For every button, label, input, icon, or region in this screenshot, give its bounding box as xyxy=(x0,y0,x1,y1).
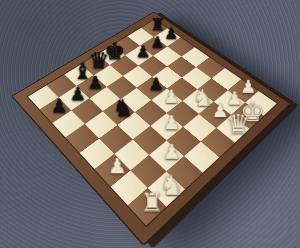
white-rook-a1[interactable]: ♜ xyxy=(139,190,166,217)
pawn-glyph: ♟ xyxy=(51,94,68,119)
board-grid: ♝♛♚♜♟♟♟♟♟♟♞♟♟♟♟♞♟♟♟♟♜♞♛♚ xyxy=(27,19,279,227)
white-queen-f1[interactable]: ♛ xyxy=(226,114,250,138)
chess-board: ♝♛♚♜♟♟♟♟♟♟♞♟♟♟♟♞♟♟♟♟♜♞♛♚ xyxy=(11,12,291,247)
rook-glyph: ♜ xyxy=(140,188,164,218)
pawn-glyph: ♟ xyxy=(136,41,151,63)
pawn-glyph: ♟ xyxy=(87,71,103,94)
board-frame: ♝♛♚♜♟♟♟♟♟♟♞♟♟♟♟♞♟♟♟♟♜♞♛♚ xyxy=(11,12,291,247)
carpet-background: ♝♛♚♜♟♟♟♟♟♟♞♟♟♟♟♞♟♟♟♟♜♞♛♚ xyxy=(0,0,300,248)
pawn-glyph: ♟ xyxy=(163,110,180,136)
pawn-glyph: ♟ xyxy=(162,138,180,165)
black-knight-c5[interactable]: ♞ xyxy=(112,98,135,121)
queen-glyph: ♛ xyxy=(226,112,250,138)
square-f1[interactable]: ♛ xyxy=(216,115,249,143)
pawn-glyph: ♟ xyxy=(108,152,127,180)
